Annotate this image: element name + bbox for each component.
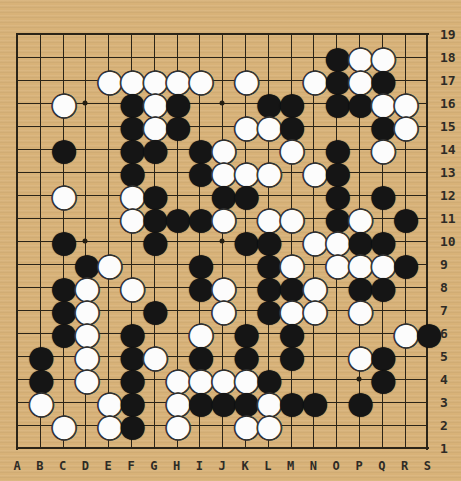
row-label-1: 1	[440, 441, 448, 456]
row-label-8: 8	[440, 280, 448, 295]
column-label-O: O	[333, 459, 340, 473]
stone-white-K2[interactable]: ●	[233, 413, 257, 437]
star-point	[357, 377, 362, 382]
grid-line	[16, 447, 429, 449]
row-label-16: 16	[440, 96, 456, 111]
grid-line	[16, 425, 428, 426]
column-label-S: S	[424, 459, 431, 473]
column-label-M: M	[287, 459, 294, 473]
grid-line	[16, 33, 429, 35]
row-label-6: 6	[440, 326, 448, 341]
column-label-Q: Q	[378, 459, 385, 473]
stone-white-J11[interactable]: ●	[210, 206, 234, 230]
column-label-I: I	[196, 459, 203, 473]
stone-white-F11[interactable]: ●	[119, 206, 143, 230]
star-point	[220, 101, 225, 106]
row-label-15: 15	[440, 119, 456, 134]
row-label-12: 12	[440, 188, 456, 203]
star-point	[83, 239, 88, 244]
stone-white-F8[interactable]: ●	[119, 275, 143, 299]
star-point	[83, 101, 88, 106]
stone-black-I8[interactable]: ●	[187, 275, 211, 299]
column-label-L: L	[264, 459, 271, 473]
stone-white-Q14[interactable]: ●	[370, 137, 394, 161]
stone-black-J3[interactable]: ●	[210, 390, 234, 414]
column-label-K: K	[241, 459, 248, 473]
grid-line	[16, 34, 18, 450]
stone-white-P5[interactable]: ●	[347, 344, 371, 368]
stone-black-P16[interactable]: ●	[347, 91, 371, 115]
stone-white-B3[interactable]: ●	[28, 390, 52, 414]
stone-black-G10[interactable]: ●	[142, 229, 166, 253]
column-label-F: F	[127, 459, 134, 473]
column-label-G: G	[150, 459, 157, 473]
stone-black-K10[interactable]: ●	[233, 229, 257, 253]
stone-white-K17[interactable]: ●	[233, 68, 257, 92]
grid-line	[426, 34, 428, 450]
stone-white-L15[interactable]: ●	[256, 114, 280, 138]
stone-black-N3[interactable]: ●	[301, 390, 325, 414]
stone-white-L2[interactable]: ●	[256, 413, 280, 437]
row-label-5: 5	[440, 349, 448, 364]
stone-black-P3[interactable]: ●	[347, 390, 371, 414]
stone-white-C2[interactable]: ●	[51, 413, 75, 437]
row-label-9: 9	[440, 257, 448, 272]
column-label-D: D	[82, 459, 89, 473]
stone-black-F2[interactable]: ●	[119, 413, 143, 437]
stone-white-C16[interactable]: ●	[51, 91, 75, 115]
stone-black-C14[interactable]: ●	[51, 137, 75, 161]
row-label-18: 18	[440, 50, 456, 65]
stone-black-C10[interactable]: ●	[51, 229, 75, 253]
column-label-C: C	[59, 459, 66, 473]
row-label-13: 13	[440, 165, 456, 180]
grid-line	[16, 126, 428, 127]
row-label-11: 11	[440, 211, 456, 226]
column-label-P: P	[355, 459, 362, 473]
stone-white-E2[interactable]: ●	[96, 413, 120, 437]
stone-black-I11[interactable]: ●	[187, 206, 211, 230]
row-label-4: 4	[440, 372, 448, 387]
star-point	[220, 239, 225, 244]
column-label-H: H	[173, 459, 180, 473]
stone-black-S6[interactable]: ●	[415, 321, 439, 345]
row-label-17: 17	[440, 73, 456, 88]
column-label-J: J	[219, 459, 226, 473]
row-label-10: 10	[440, 234, 456, 249]
stone-white-D4[interactable]: ●	[73, 367, 97, 391]
stone-black-O16[interactable]: ●	[324, 91, 348, 115]
go-board-app: ●●●●●●●●●●●●●●●●●●●●●●●●●●●●●●●●●●●●●●●●…	[0, 0, 461, 481]
row-label-7: 7	[440, 303, 448, 318]
column-label-N: N	[310, 459, 317, 473]
column-label-A: A	[13, 459, 20, 473]
stone-black-I13[interactable]: ●	[187, 160, 211, 184]
column-label-B: B	[36, 459, 43, 473]
stone-white-H2[interactable]: ●	[165, 413, 189, 437]
column-label-R: R	[401, 459, 408, 473]
column-label-E: E	[105, 459, 112, 473]
stone-white-P7[interactable]: ●	[347, 298, 371, 322]
row-label-14: 14	[440, 142, 456, 157]
stone-white-C12[interactable]: ●	[51, 183, 75, 207]
stone-white-E17[interactable]: ●	[96, 68, 120, 92]
row-label-2: 2	[440, 418, 448, 433]
row-label-19: 19	[440, 27, 456, 42]
stone-white-N13[interactable]: ●	[301, 160, 325, 184]
row-label-3: 3	[440, 395, 448, 410]
